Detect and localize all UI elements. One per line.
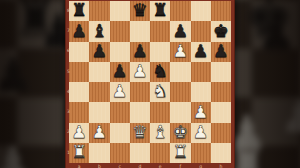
square-g2[interactable]: ♟ [191, 123, 211, 143]
file-label-e: e [158, 165, 162, 168]
square-c3[interactable] [110, 102, 130, 122]
piece-white-pawn[interactable]: ♟ [193, 103, 209, 121]
square-e5[interactable]: ♞ [150, 62, 170, 82]
board-frame: ♜♛♜♟♝♟♚♟♟♟♟♟♟♟♞♟♞♟♟♟♛♝♚♟♜♜ 87654321abcde… [65, 0, 235, 168]
square-a7[interactable]: ♟ [69, 21, 89, 41]
piece-black-knight[interactable]: ♞ [152, 63, 168, 81]
chess-board[interactable]: ♜♛♜♟♝♟♚♟♟♟♟♟♟♟♞♟♞♟♟♟♛♝♚♟♜♜ [69, 1, 231, 163]
square-h7[interactable]: ♚ [211, 21, 231, 41]
piece-black-rook[interactable]: ♜ [152, 2, 168, 20]
rank-label-8: 8 [67, 9, 70, 14]
blurred-black-pawn-icon: ♟ [257, 12, 296, 56]
piece-black-bishop[interactable]: ♝ [92, 22, 108, 40]
square-b5[interactable] [89, 62, 109, 82]
file-label-a: a [77, 165, 81, 168]
square-d6[interactable]: ♟ [130, 42, 150, 62]
square-a3[interactable] [69, 102, 89, 122]
square-c2[interactable] [110, 123, 130, 143]
piece-white-king[interactable]: ♚ [173, 123, 189, 141]
square-h8[interactable] [211, 1, 231, 21]
square-a6[interactable] [69, 42, 89, 62]
square-c7[interactable] [110, 21, 130, 41]
piece-white-pawn[interactable]: ♟ [132, 63, 148, 81]
piece-white-rook[interactable]: ♜ [173, 144, 189, 162]
square-g3[interactable]: ♟ [191, 102, 211, 122]
piece-white-bishop[interactable]: ♝ [152, 123, 168, 141]
piece-white-pawn[interactable]: ♟ [92, 123, 108, 141]
piece-black-queen[interactable]: ♛ [132, 2, 148, 20]
square-e1[interactable] [150, 143, 170, 163]
square-d5[interactable]: ♟ [130, 62, 150, 82]
square-b4[interactable] [89, 82, 109, 102]
square-a2[interactable]: ♟ [69, 123, 89, 143]
piece-black-king[interactable]: ♚ [213, 22, 229, 40]
square-g4[interactable] [191, 82, 211, 102]
piece-white-pawn[interactable]: ♟ [112, 83, 128, 101]
rank-label-2: 2 [67, 130, 70, 135]
rank-label-5: 5 [67, 70, 70, 75]
square-d7[interactable] [130, 21, 150, 41]
file-label-g: g [199, 165, 203, 168]
piece-black-pawn[interactable]: ♟ [71, 22, 87, 40]
piece-black-rook[interactable]: ♜ [71, 2, 87, 20]
background-blur-left: ♜♟♟♟ [0, 0, 69, 168]
rank-label-6: 6 [67, 49, 70, 54]
square-b6[interactable]: ♟ [89, 42, 109, 62]
square-b1[interactable] [89, 143, 109, 163]
piece-black-pawn[interactable]: ♟ [173, 22, 189, 40]
background-blur-right: ♚♟♟♟♜ [231, 0, 300, 168]
square-g8[interactable] [191, 1, 211, 21]
square-a1[interactable]: ♜ [69, 143, 89, 163]
file-label-c: c [118, 165, 122, 168]
square-f2[interactable]: ♚ [170, 123, 190, 143]
square-d3[interactable] [130, 102, 150, 122]
square-f8[interactable] [170, 1, 190, 21]
square-c1[interactable] [110, 143, 130, 163]
square-d1[interactable] [130, 143, 150, 163]
piece-white-knight[interactable]: ♞ [152, 83, 168, 101]
square-d2[interactable]: ♛ [130, 123, 150, 143]
square-e2[interactable]: ♝ [150, 123, 170, 143]
rank-label-4: 4 [67, 90, 70, 95]
rank-label-3: 3 [67, 110, 70, 115]
square-h5[interactable] [211, 62, 231, 82]
file-label-b: b [97, 165, 101, 168]
square-g7[interactable] [191, 21, 211, 41]
piece-black-pawn[interactable]: ♟ [213, 42, 229, 60]
square-b3[interactable] [89, 102, 109, 122]
square-h4[interactable] [211, 82, 231, 102]
square-h2[interactable] [211, 123, 231, 143]
piece-black-pawn[interactable]: ♟ [92, 42, 108, 60]
square-e8[interactable]: ♜ [150, 1, 170, 21]
piece-black-pawn[interactable]: ♟ [132, 42, 148, 60]
blurred-black-pawn-icon: ♟ [0, 52, 33, 98]
square-g6[interactable]: ♟ [191, 42, 211, 62]
square-f7[interactable]: ♟ [170, 21, 190, 41]
piece-white-pawn[interactable]: ♟ [193, 123, 209, 141]
square-g5[interactable] [191, 62, 211, 82]
blurred-white-pawn-icon: ♟ [280, 93, 300, 139]
square-e6[interactable] [150, 42, 170, 62]
square-f6[interactable]: ♟ [170, 42, 190, 62]
square-d8[interactable]: ♛ [130, 1, 150, 21]
square-f4[interactable] [170, 82, 190, 102]
chess-app-root: ♜♟♟♟ ♚♟♟♟♜ ♜♛♜♟♝♟♚♟♟♟♟♟♟♟♞♟♞♟♟♟♛♝♚♟♜♜ 87… [0, 0, 300, 168]
file-label-d: d [138, 165, 142, 168]
square-e3[interactable] [150, 102, 170, 122]
square-h1[interactable] [211, 143, 231, 163]
background-blur-left-board: ♜♟♟♟ [0, 0, 69, 168]
square-a4[interactable] [69, 82, 89, 102]
piece-white-pawn[interactable]: ♟ [173, 42, 189, 60]
square-a5[interactable] [69, 62, 89, 82]
background-blur-right-board: ♚♟♟♟♜ [231, 0, 300, 168]
piece-black-pawn[interactable]: ♟ [193, 42, 209, 60]
square-e7[interactable] [150, 21, 170, 41]
square-d4[interactable] [130, 82, 150, 102]
blurred-white-pawn-icon: ♟ [0, 140, 34, 168]
piece-white-pawn[interactable]: ♟ [71, 123, 87, 141]
square-h3[interactable] [211, 102, 231, 122]
square-c5[interactable]: ♟ [110, 62, 130, 82]
file-label-h: h [219, 165, 223, 168]
square-b2[interactable]: ♟ [89, 123, 109, 143]
piece-white-queen[interactable]: ♛ [132, 123, 148, 141]
file-label-f: f [178, 165, 182, 168]
square-h6[interactable]: ♟ [211, 42, 231, 62]
square-c6[interactable] [110, 42, 130, 62]
square-e4[interactable]: ♞ [150, 82, 170, 102]
square-f3[interactable] [170, 102, 190, 122]
rank-label-1: 1 [67, 151, 70, 156]
square-a8[interactable]: ♜ [69, 1, 89, 21]
blurred-white-rook-icon: ♜ [231, 138, 270, 168]
piece-white-rook[interactable]: ♜ [71, 144, 87, 162]
square-c4[interactable]: ♟ [110, 82, 130, 102]
square-b7[interactable]: ♝ [89, 21, 109, 41]
square-c8[interactable] [110, 1, 130, 21]
square-f1[interactable]: ♜ [170, 143, 190, 163]
square-g1[interactable] [191, 143, 211, 163]
piece-black-pawn[interactable]: ♟ [112, 63, 128, 81]
square-b8[interactable] [89, 1, 109, 21]
rank-label-7: 7 [67, 29, 70, 34]
square-f5[interactable] [170, 62, 190, 82]
